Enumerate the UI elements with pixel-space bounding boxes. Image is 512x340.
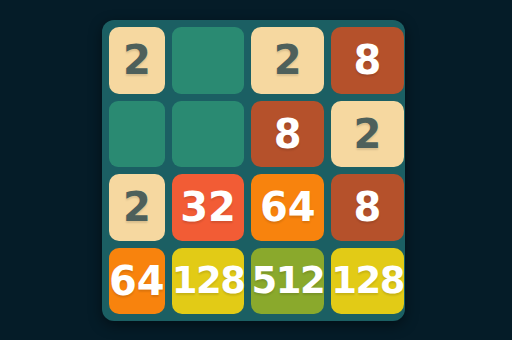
tile-32-r3c2: 32: [172, 174, 245, 241]
tile-128-r4c4: 128: [331, 248, 404, 315]
empty-cell-r2c2: [172, 101, 245, 168]
tile-value: 2: [123, 40, 151, 80]
tile-512-r4c3: 512: [251, 248, 324, 315]
tile-value: 2: [354, 114, 382, 154]
tile-64-r3c3: 64: [251, 174, 324, 241]
tile-2-r1c1: 2: [109, 27, 165, 94]
tile-value: 2: [274, 40, 302, 80]
tile-value: 8: [274, 114, 302, 154]
tile-128-r4c2: 128: [172, 248, 245, 315]
tile-8-r2c3: 8: [251, 101, 324, 168]
tile-value: 8: [354, 187, 382, 227]
tile-value: 128: [331, 262, 404, 299]
tile-value: 8: [354, 40, 382, 80]
tile-64-r4c1: 64: [109, 248, 165, 315]
tile-2-r2c4: 2: [331, 101, 404, 168]
tile-8-r1c4: 8: [331, 27, 404, 94]
tile-2-r3c1: 2: [109, 174, 165, 241]
tile-8-r3c4: 8: [331, 174, 404, 241]
tile-value: 512: [251, 262, 324, 299]
tile-value: 64: [260, 187, 316, 227]
tile-value: 128: [172, 262, 245, 299]
tile-value: 64: [109, 261, 165, 301]
empty-cell-r2c1: [109, 101, 165, 168]
tile-2-r1c3: 2: [251, 27, 324, 94]
board-2048[interactable]: 2288223264864128512128: [102, 20, 405, 321]
game-screen: 2288223264864128512128: [0, 0, 512, 340]
tile-value: 32: [180, 187, 236, 227]
empty-cell-r1c2: [172, 27, 245, 94]
tile-value: 2: [123, 187, 151, 227]
